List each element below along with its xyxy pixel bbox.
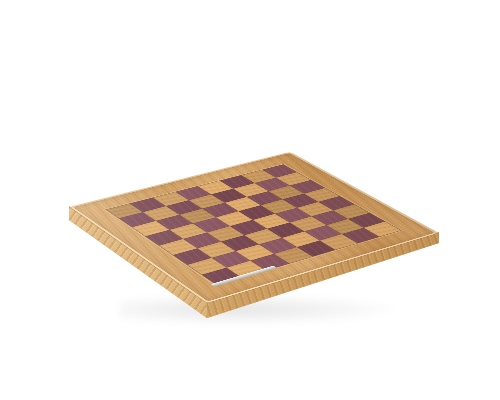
product-photo-background <box>0 0 500 400</box>
